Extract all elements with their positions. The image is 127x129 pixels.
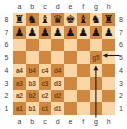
square-h5[interactable] (102, 51, 115, 64)
rank-label-right-7: 7 (115, 26, 127, 39)
square-a7[interactable]: ♟ (13, 26, 26, 39)
file-label-top-g: g (90, 0, 103, 13)
square-a3[interactable]: a3 (13, 77, 26, 90)
piece-black-queen: ♛ (51, 13, 64, 26)
rank-label-left-3: 3 (0, 77, 13, 90)
square-a6[interactable] (13, 39, 26, 52)
square-d2[interactable]: d2 (51, 90, 64, 103)
square-f8[interactable]: ♝ (77, 13, 90, 26)
rank-label-right-8: 8 (115, 13, 127, 26)
square-label-c3: c3 (39, 77, 52, 90)
piece-black-bishop: ♝ (39, 13, 52, 26)
square-h4[interactable] (102, 64, 115, 77)
square-label-d2: d2 (51, 90, 64, 103)
file-label-bottom-f: f (77, 115, 90, 129)
file-label-top-a: a (13, 0, 26, 13)
square-d1[interactable]: d1 (51, 102, 64, 115)
file-label-bottom-g: g (90, 115, 103, 129)
square-d7[interactable]: ♟ (51, 26, 64, 39)
square-f1[interactable] (77, 102, 90, 115)
square-label-d3: d3 (51, 77, 64, 90)
piece-black-pawn: ♟ (102, 26, 115, 39)
square-label-c2: c2 (39, 90, 52, 103)
highlighted-square-label-g5: g5 (90, 51, 103, 64)
square-g3[interactable] (90, 77, 103, 90)
square-f7[interactable]: ♟ (77, 26, 90, 39)
square-c8[interactable]: ♝ (39, 13, 52, 26)
file-label-top-c: c (39, 0, 52, 13)
square-h6[interactable] (102, 39, 115, 52)
file-label-top-d: d (51, 0, 64, 13)
square-a4[interactable]: a4 (13, 64, 26, 77)
square-g8[interactable]: ♞ (90, 13, 103, 26)
square-g6[interactable] (90, 39, 103, 52)
square-h8[interactable]: ♜ (102, 13, 115, 26)
square-b2[interactable]: b2 (26, 90, 39, 103)
square-b6[interactable] (26, 39, 39, 52)
rank-labels-left: 87654321 (0, 13, 13, 115)
square-b3[interactable]: b3 (26, 77, 39, 90)
square-f5[interactable] (77, 51, 90, 64)
square-e2[interactable] (64, 90, 77, 103)
file-label-top-b: b (26, 0, 39, 13)
rank-label-right-5: 5 (115, 51, 127, 64)
square-d4[interactable]: d4 (51, 64, 64, 77)
piece-black-rook: ♜ (102, 13, 115, 26)
square-label-d1: d1 (51, 102, 64, 115)
piece-black-rook: ♜ (13, 13, 26, 26)
rank-label-left-8: 8 (0, 13, 13, 26)
square-h7[interactable]: ♟ (102, 26, 115, 39)
piece-black-pawn: ♟ (13, 26, 26, 39)
piece-black-pawn: ♟ (26, 26, 39, 39)
square-a1[interactable]: a1 (13, 102, 26, 115)
square-e4[interactable] (64, 64, 77, 77)
square-b5[interactable] (26, 51, 39, 64)
file-label-top-f: f (77, 0, 90, 13)
file-label-bottom-a: a (13, 115, 26, 129)
piece-black-king: ♚ (64, 13, 77, 26)
square-b4[interactable]: b4 (26, 64, 39, 77)
file-label-top-h: h (102, 0, 115, 13)
square-h2[interactable] (102, 90, 115, 103)
square-label-a1: a1 (13, 102, 26, 115)
square-e7[interactable]: ♟ (64, 26, 77, 39)
square-c1[interactable]: c1 (39, 102, 52, 115)
file-label-bottom-c: c (39, 115, 52, 129)
piece-black-bishop: ♝ (77, 13, 90, 26)
file-label-bottom-d: d (51, 115, 64, 129)
square-d5[interactable] (51, 51, 64, 64)
square-g5[interactable]: g5 (90, 51, 103, 64)
piece-black-pawn: ♟ (77, 26, 90, 39)
square-c3[interactable]: c3 (39, 77, 52, 90)
rank-label-left-7: 7 (0, 26, 13, 39)
file-labels-bottom: abcdefgh (13, 115, 115, 129)
square-h1[interactable] (102, 102, 115, 115)
square-f4[interactable] (77, 64, 90, 77)
square-label-c4: c4 (39, 64, 52, 77)
square-e1[interactable] (64, 102, 77, 115)
square-g7[interactable]: ♟ (90, 26, 103, 39)
square-label-a2: a2 (13, 90, 26, 103)
rank-label-right-4: 4 (115, 64, 127, 77)
square-c2[interactable]: c2 (39, 90, 52, 103)
file-label-top-e: e (64, 0, 77, 13)
square-d6[interactable] (51, 39, 64, 52)
square-g2[interactable] (90, 90, 103, 103)
piece-black-pawn: ♟ (64, 26, 77, 39)
file-label-bottom-e: e (64, 115, 77, 129)
rank-label-left-5: 5 (0, 51, 13, 64)
rank-label-right-3: 3 (115, 77, 127, 90)
square-label-d4: d4 (51, 64, 64, 77)
rank-label-right-2: 2 (115, 90, 127, 103)
rank-label-left-4: 4 (0, 64, 13, 77)
square-label-a4: a4 (13, 64, 26, 77)
square-label-b4: b4 (26, 64, 39, 77)
piece-black-pawn: ♟ (51, 26, 64, 39)
square-c7[interactable]: ♟ (39, 26, 52, 39)
rank-label-right-1: 1 (115, 102, 127, 115)
square-label-a3: a3 (13, 77, 26, 90)
rank-labels-right: 87654321 (115, 13, 127, 115)
square-g1[interactable] (90, 102, 103, 115)
square-f2[interactable] (77, 90, 90, 103)
square-d8[interactable]: ♛ (51, 13, 64, 26)
file-labels-top: abcdefgh (13, 0, 115, 13)
square-b7[interactable]: ♟ (26, 26, 39, 39)
square-c5[interactable] (39, 51, 52, 64)
square-e8[interactable]: ♚ (64, 13, 77, 26)
rank-label-left-1: 1 (0, 102, 13, 115)
square-label-c1: c1 (39, 102, 52, 115)
square-e3[interactable] (64, 77, 77, 90)
square-b8[interactable]: ♞ (26, 13, 39, 26)
rank-label-left-6: 6 (0, 39, 13, 52)
board: ♜♞♝♛♚♝♞♜♟♟♟♟♟♟♟♟g5a4b4c4d4a3b3c3d3a2b2c2… (13, 13, 115, 115)
file-label-bottom-h: h (102, 115, 115, 129)
piece-black-knight: ♞ (26, 13, 39, 26)
file-label-bottom-b: b (26, 115, 39, 129)
square-b1[interactable]: b1 (26, 102, 39, 115)
square-c6[interactable] (39, 39, 52, 52)
square-a2[interactable]: a2 (13, 90, 26, 103)
square-a5[interactable] (13, 51, 26, 64)
square-e5[interactable] (64, 51, 77, 64)
square-label-b1: b1 (26, 102, 39, 115)
square-a8[interactable]: ♜ (13, 13, 26, 26)
square-d3[interactable]: d3 (51, 77, 64, 90)
square-label-b3: b3 (26, 77, 39, 90)
square-e6[interactable] (64, 39, 77, 52)
square-f3[interactable] (77, 77, 90, 90)
square-c4[interactable]: c4 (39, 64, 52, 77)
square-f6[interactable] (77, 39, 90, 52)
rank-label-right-6: 6 (115, 39, 127, 52)
square-label-b2: b2 (26, 90, 39, 103)
rank-label-left-2: 2 (0, 90, 13, 103)
piece-black-pawn: ♟ (90, 26, 103, 39)
square-g4[interactable] (90, 64, 103, 77)
piece-black-knight: ♞ (90, 13, 103, 26)
square-h3[interactable] (102, 77, 115, 90)
piece-black-pawn: ♟ (39, 26, 52, 39)
